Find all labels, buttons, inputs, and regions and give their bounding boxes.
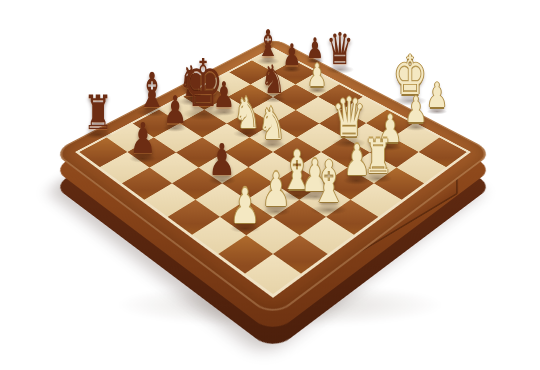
piece-black-rook-a8[interactable]: ♜ bbox=[83, 89, 113, 136]
piece-white-pawn-e2[interactable]: ♟ bbox=[344, 139, 371, 182]
piece-black-pawn-b5[interactable]: ♟ bbox=[208, 138, 236, 182]
chess-set-photo: ♜♟♝♟♞♚♟♞♝♟♟♛♟♞♞♟♛♚♝♝♜♟♟♟♟♟♟♟ bbox=[0, 0, 540, 370]
piece-black-king-d7[interactable]: ♚ bbox=[182, 51, 223, 116]
piece-white-knight-d6[interactable]: ♞ bbox=[234, 92, 261, 135]
piece-black-knight-f7[interactable]: ♞ bbox=[260, 60, 285, 100]
piece-black-pawn-a7[interactable]: ♟ bbox=[130, 117, 157, 160]
piece-black-queen-h6[interactable]: ♛ bbox=[326, 27, 354, 71]
piece-white-pawn-a3[interactable]: ♟ bbox=[230, 182, 260, 230]
piece-white-pawn-h3[interactable]: ♟ bbox=[426, 79, 448, 113]
piece-black-pawn-c7[interactable]: ♟ bbox=[163, 91, 187, 129]
piece-white-pawn-g6[interactable]: ♟ bbox=[307, 61, 327, 92]
piece-white-pawn-b3[interactable]: ♟ bbox=[261, 166, 291, 213]
piece-white-bishop-d2[interactable]: ♝ bbox=[311, 154, 348, 212]
piece-white-pawn-g3[interactable]: ♟ bbox=[405, 93, 427, 129]
